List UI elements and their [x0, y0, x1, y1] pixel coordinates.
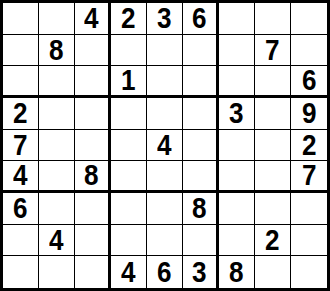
cell-r5c7[interactable] — [219, 130, 255, 162]
given-digit: 7 — [265, 35, 280, 66]
cell-r8c6[interactable] — [183, 225, 219, 257]
cell-r6c5[interactable] — [147, 161, 183, 193]
cell-r4c3[interactable] — [75, 98, 111, 130]
cell-r2c5[interactable] — [147, 35, 183, 67]
cell-r5c3[interactable] — [75, 130, 111, 162]
cell-r1c4[interactable]: 2 — [111, 3, 147, 35]
given-digit: 4 — [84, 3, 99, 34]
sudoku-board: 4236871623974248768424638 — [0, 0, 330, 291]
cell-r9c1[interactable] — [3, 256, 39, 288]
cell-r4c8[interactable] — [255, 98, 291, 130]
cell-r1c8[interactable] — [255, 3, 291, 35]
given-digit: 2 — [302, 130, 317, 161]
cell-r3c5[interactable] — [147, 66, 183, 98]
cell-r9c2[interactable] — [39, 256, 75, 288]
given-digit: 4 — [121, 257, 136, 288]
given-digit: 4 — [157, 130, 172, 161]
cell-r3c8[interactable] — [255, 66, 291, 98]
cell-r6c8[interactable] — [255, 161, 291, 193]
cell-r2c8[interactable]: 7 — [255, 35, 291, 67]
cell-r9c5[interactable]: 6 — [147, 256, 183, 288]
cell-r8c2[interactable]: 4 — [39, 225, 75, 257]
cell-r4c9[interactable]: 9 — [291, 98, 327, 130]
cell-r3c1[interactable] — [3, 66, 39, 98]
cell-r3c3[interactable] — [75, 66, 111, 98]
cell-r7c5[interactable] — [147, 193, 183, 225]
given-digit: 3 — [192, 257, 207, 288]
cell-r8c1[interactable] — [3, 225, 39, 257]
given-digit: 6 — [157, 257, 172, 288]
given-digit: 4 — [49, 225, 64, 256]
cell-r9c4[interactable]: 4 — [111, 256, 147, 288]
given-digit: 4 — [13, 161, 28, 191]
given-digit: 3 — [229, 98, 244, 129]
cell-r1c5[interactable]: 3 — [147, 3, 183, 35]
cell-r6c9[interactable]: 7 — [291, 161, 327, 193]
given-digit: 8 — [84, 161, 99, 191]
cell-r7c2[interactable] — [39, 193, 75, 225]
given-digit: 8 — [229, 257, 244, 288]
cell-r6c2[interactable] — [39, 161, 75, 193]
cell-r7c9[interactable] — [291, 193, 327, 225]
cell-r3c6[interactable] — [183, 66, 219, 98]
cell-r4c4[interactable] — [111, 98, 147, 130]
cell-r8c5[interactable] — [147, 225, 183, 257]
cell-r7c6[interactable]: 8 — [183, 193, 219, 225]
cell-r6c7[interactable] — [219, 161, 255, 193]
cell-r7c3[interactable] — [75, 193, 111, 225]
cell-r9c9[interactable] — [291, 256, 327, 288]
cell-r3c7[interactable] — [219, 66, 255, 98]
given-digit: 8 — [192, 193, 207, 224]
cell-r9c8[interactable] — [255, 256, 291, 288]
cell-r2c7[interactable] — [219, 35, 255, 67]
given-digit: 6 — [192, 3, 207, 34]
cell-r1c7[interactable] — [219, 3, 255, 35]
cell-r1c9[interactable] — [291, 3, 327, 35]
given-digit: 1 — [121, 66, 136, 96]
cell-r4c6[interactable] — [183, 98, 219, 130]
cell-r2c9[interactable] — [291, 35, 327, 67]
cell-r4c2[interactable] — [39, 98, 75, 130]
cell-r1c2[interactable] — [39, 3, 75, 35]
cell-r8c3[interactable] — [75, 225, 111, 257]
cell-r3c2[interactable] — [39, 66, 75, 98]
cell-r5c9[interactable]: 2 — [291, 130, 327, 162]
given-digit: 2 — [13, 98, 28, 129]
cell-r1c3[interactable]: 4 — [75, 3, 111, 35]
cell-r2c3[interactable] — [75, 35, 111, 67]
given-digit: 2 — [265, 225, 280, 256]
cell-r9c3[interactable] — [75, 256, 111, 288]
cell-r9c6[interactable]: 3 — [183, 256, 219, 288]
cell-r2c6[interactable] — [183, 35, 219, 67]
cell-r6c4[interactable] — [111, 161, 147, 193]
given-digit: 6 — [13, 193, 28, 224]
cell-r5c2[interactable] — [39, 130, 75, 162]
cell-r2c4[interactable] — [111, 35, 147, 67]
cell-r8c4[interactable] — [111, 225, 147, 257]
cell-r5c5[interactable]: 4 — [147, 130, 183, 162]
cell-r4c5[interactable] — [147, 98, 183, 130]
cell-r1c1[interactable] — [3, 3, 39, 35]
given-digit: 7 — [13, 130, 28, 161]
cell-r5c4[interactable] — [111, 130, 147, 162]
cell-r5c8[interactable] — [255, 130, 291, 162]
given-digit: 7 — [302, 161, 317, 191]
cell-r5c1[interactable]: 7 — [3, 130, 39, 162]
cell-r5c6[interactable] — [183, 130, 219, 162]
given-digit: 3 — [157, 3, 172, 34]
cell-r6c6[interactable] — [183, 161, 219, 193]
cell-r3c9[interactable]: 6 — [291, 66, 327, 98]
cell-r8c9[interactable] — [291, 225, 327, 257]
cell-r4c7[interactable]: 3 — [219, 98, 255, 130]
given-digit: 9 — [302, 98, 317, 129]
cell-r1c6[interactable]: 6 — [183, 3, 219, 35]
cell-r6c3[interactable]: 8 — [75, 161, 111, 193]
cell-r6c1[interactable]: 4 — [3, 161, 39, 193]
cell-r7c4[interactable] — [111, 193, 147, 225]
cell-r7c8[interactable] — [255, 193, 291, 225]
cell-r2c1[interactable] — [3, 35, 39, 67]
cell-r4c1[interactable]: 2 — [3, 98, 39, 130]
cell-r8c7[interactable] — [219, 225, 255, 257]
given-digit: 6 — [302, 66, 317, 96]
cell-r7c7[interactable] — [219, 193, 255, 225]
cell-r3c4[interactable]: 1 — [111, 66, 147, 98]
given-digit: 8 — [49, 35, 64, 66]
cell-r7c1[interactable]: 6 — [3, 193, 39, 225]
cell-r2c2[interactable]: 8 — [39, 35, 75, 67]
cell-r9c7[interactable]: 8 — [219, 256, 255, 288]
given-digit: 2 — [121, 3, 136, 34]
cell-r8c8[interactable]: 2 — [255, 225, 291, 257]
